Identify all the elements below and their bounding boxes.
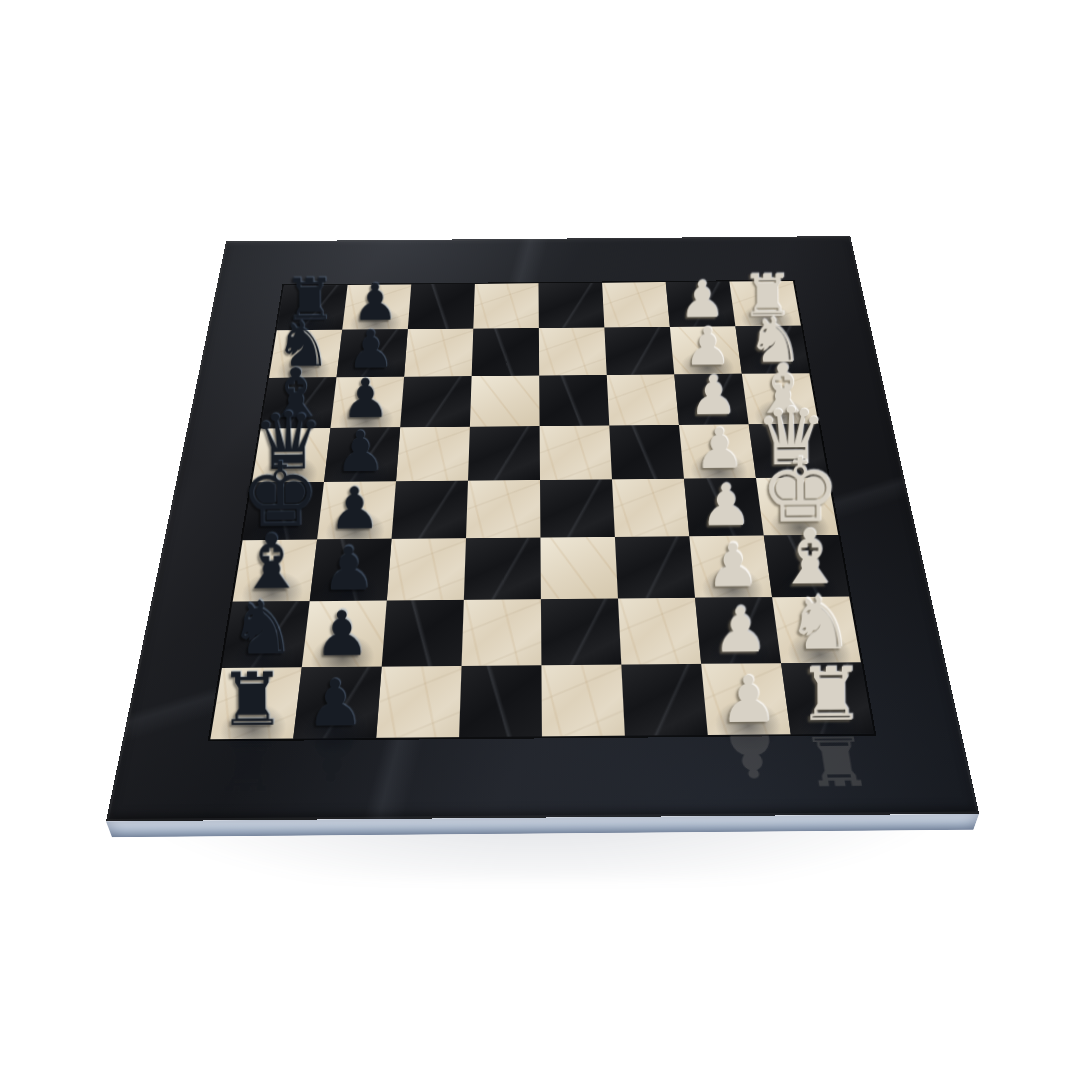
piece-reflection: ♟	[300, 733, 364, 788]
piece-white-pawn[interactable]: ♟	[706, 538, 760, 593]
square[interactable]	[541, 665, 624, 737]
square[interactable]	[470, 376, 540, 427]
chess-board-grid: ♜♜♟♟♟♟♜♜♞♞♟♟♟♟♞♞♝♝♟♟♟♟♝♝♛♛♟♟♟♟♛♛♚♚♟♟♟♟♚♚…	[210, 281, 873, 739]
square[interactable]: ♟♟	[293, 667, 381, 739]
piece-white-pawn[interactable]: ♟	[700, 478, 752, 532]
square[interactable]	[538, 283, 604, 328]
piece-black-pawn[interactable]: ♟	[335, 426, 386, 478]
piece-black-rook[interactable]: ♜	[219, 666, 285, 734]
piece-white-rook[interactable]: ♜	[798, 661, 864, 729]
piece-white-pawn[interactable]: ♟	[719, 670, 777, 730]
piece-reflection: ♟	[720, 729, 785, 783]
square[interactable]	[618, 598, 701, 665]
square[interactable]	[400, 376, 471, 427]
piece-white-pawn[interactable]: ♟	[712, 602, 768, 659]
square[interactable]	[540, 426, 612, 480]
square[interactable]: ♟♟	[310, 539, 392, 601]
square[interactable]: ♟♟	[695, 597, 781, 664]
square[interactable]	[462, 599, 542, 666]
square[interactable]	[473, 283, 539, 328]
piece-black-pawn[interactable]: ♟	[306, 674, 364, 734]
square[interactable]	[615, 536, 695, 598]
piece-white-knight[interactable]: ♞	[786, 590, 853, 659]
square[interactable]	[387, 538, 466, 600]
square[interactable]	[404, 329, 473, 377]
square[interactable]: ♟♟	[701, 663, 791, 735]
piece-black-pawn[interactable]: ♟	[321, 541, 375, 596]
piece-white-pawn[interactable]: ♟	[689, 371, 738, 421]
square[interactable]	[539, 375, 609, 426]
square[interactable]	[382, 600, 464, 667]
marble-frame: ♜♜♟♟♟♟♜♜♞♞♟♟♟♟♞♞♝♝♟♟♟♟♝♝♛♛♟♟♟♟♛♛♚♚♟♟♟♟♚♚…	[106, 236, 979, 821]
chess-board: ♜♜♟♟♟♟♜♜♞♞♟♟♟♟♞♞♝♝♟♟♟♟♝♝♛♛♟♟♟♟♛♛♚♚♟♟♟♟♚♚…	[106, 236, 979, 821]
square[interactable]	[541, 598, 621, 665]
square[interactable]: ♜♜	[210, 667, 301, 739]
square[interactable]	[621, 664, 707, 736]
square[interactable]	[396, 427, 470, 482]
square[interactable]: ♟♟	[317, 481, 396, 539]
piece-black-pawn[interactable]: ♟	[314, 605, 370, 662]
piece-black-pawn[interactable]: ♟	[328, 482, 380, 536]
square[interactable]	[459, 665, 542, 737]
square[interactable]	[468, 426, 540, 481]
square[interactable]	[539, 327, 607, 375]
piece-reflection: ♜	[798, 728, 875, 790]
square[interactable]: ♟♟	[689, 536, 772, 598]
piece-black-pawn[interactable]: ♟	[341, 374, 390, 424]
square[interactable]	[392, 481, 468, 539]
square[interactable]: ♟♟	[684, 478, 764, 536]
square[interactable]	[472, 328, 540, 376]
square[interactable]	[376, 666, 461, 738]
square[interactable]	[464, 538, 541, 600]
square[interactable]	[540, 537, 618, 599]
square[interactable]	[609, 425, 684, 479]
piece-reflection: ♜	[210, 734, 286, 797]
square[interactable]	[604, 327, 674, 375]
piece-white-pawn[interactable]: ♟	[694, 423, 745, 475]
square[interactable]	[408, 284, 475, 329]
square[interactable]	[612, 479, 689, 537]
square[interactable]	[607, 374, 679, 425]
photo-scene: ♜♜♟♟♟♟♜♜♞♞♟♟♟♟♞♞♝♝♟♟♟♟♝♝♛♛♟♟♟♟♛♛♚♚♟♟♟♟♚♚…	[0, 0, 1080, 1080]
square[interactable]: ♟♟	[302, 601, 387, 668]
square[interactable]	[466, 480, 540, 538]
square[interactable]	[602, 282, 670, 327]
square[interactable]: ♜♜	[781, 662, 874, 734]
square[interactable]	[540, 479, 615, 537]
piece-black-knight[interactable]: ♞	[229, 594, 296, 663]
